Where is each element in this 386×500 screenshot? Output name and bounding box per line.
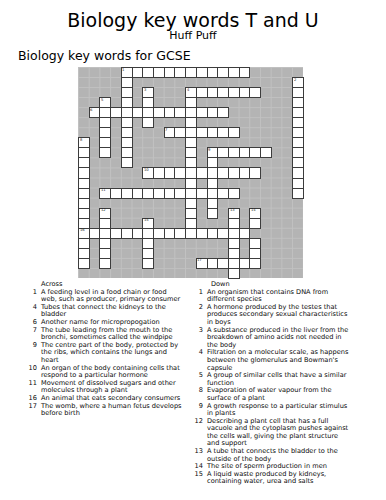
across-list: 1A feeding level in a food chain or food… [24, 289, 190, 418]
clue-number-1: 1 [122, 68, 124, 72]
clue-number-7: 7 [165, 128, 167, 132]
across-clue-17: 17The womb, where a human fetus develops… [24, 403, 190, 418]
cell-6-14[interactable] [228, 127, 240, 138]
clue-number-6: 6 [90, 108, 92, 112]
down-clue-text: A growth response to a particular stimul… [207, 403, 350, 418]
down-clue-3: 3A substance produced in the liver from … [192, 327, 384, 350]
across-clue-number: 11 [24, 380, 37, 395]
down-clue-number: 3 [192, 327, 203, 350]
cell-19-0[interactable] [78, 258, 90, 269]
cell-19-6[interactable] [142, 258, 154, 269]
across-clue-text: Movement of dissolved sugars and other m… [41, 380, 182, 395]
cell-2-16[interactable] [249, 87, 261, 98]
cell-15-16[interactable] [249, 218, 261, 229]
cell-20-14[interactable] [228, 268, 240, 279]
down-clue-text: A liquid waste produced by kidneys, cont… [207, 471, 350, 486]
down-clue-9: 9A growth response to a particular stimu… [192, 403, 384, 418]
down-clue-number: 8 [192, 387, 203, 402]
down-clue-5: 5A group of similar cells that have a si… [192, 372, 384, 387]
across-clue-text: The centre part of the body, protected b… [41, 342, 182, 365]
across-clue-1: 1A feeding level in a food chain or food… [24, 289, 190, 304]
page-subtitle: Huff Puff [0, 29, 386, 42]
across-clue-9: 9The centre part of the body, protected … [24, 342, 190, 365]
down-clue-text: A group of similar cells that have a sim… [207, 372, 350, 387]
across-clue-text: Tubes that connect the kidneys to the bl… [41, 304, 182, 319]
section-heading: Biology key words for GCSE [18, 48, 191, 63]
cell-9-4[interactable] [121, 157, 133, 168]
clue-number-16: 16 [80, 228, 85, 232]
across-clue-7: 7The tube leading from the mouth to the … [24, 327, 190, 342]
clue-number-8: 8 [80, 138, 82, 142]
down-clue-1: 1An organism that contains DNA from diff… [192, 289, 384, 304]
down-clue-text: Describing a plant cell that has a full … [207, 418, 350, 448]
clue-number-2: 2 [294, 78, 296, 82]
down-clue-text: A tube that connects the bladder to the … [207, 448, 350, 463]
down-clue-15: 15A liquid waste produced by kidneys, co… [192, 471, 384, 486]
down-clue-number: 12 [192, 418, 203, 448]
across-clue-4: 4Tubes that connect the kidneys to the b… [24, 304, 190, 319]
clue-number-5: 5 [101, 98, 103, 102]
clue-number-17: 17 [197, 258, 202, 262]
across-clue-text: The tube leading from the mouth to the b… [41, 327, 182, 342]
clue-number-12: 12 [101, 208, 106, 212]
down-clue-number: 5 [192, 372, 203, 387]
clue-number-10: 10 [144, 168, 149, 172]
down-list: 1An organism that contains DNA from diff… [192, 289, 384, 486]
cell-5-6[interactable] [142, 117, 154, 128]
down-clue-number: 4 [192, 349, 203, 372]
down-clue-2: 2A hormone produced by the testes that p… [192, 304, 384, 327]
down-clue-number: 2 [192, 304, 203, 327]
down-clue-text: An organism that contains DNA from diffe… [207, 289, 350, 304]
across-clue-number: 4 [24, 304, 37, 319]
cell-10-16[interactable] [249, 167, 261, 178]
across-clue-text: A feeding level in a food chain or food … [41, 289, 182, 304]
clue-number-4: 4 [187, 88, 189, 92]
across-clue-11: 11Movement of dissolved sugars and other… [24, 380, 190, 395]
down-clues: Down 1An organism that contains DNA from… [192, 281, 384, 486]
clue-number-9: 9 [208, 148, 210, 152]
down-clue-text: Evaporation of water vapour from the sur… [207, 387, 350, 402]
clue-number-15: 15 [144, 218, 149, 222]
across-clues: Across 1A feeding level in a food chain … [24, 281, 190, 418]
across-clue-10: 10An organ of the body containing cells … [24, 365, 190, 380]
cell-12-20[interactable] [292, 188, 304, 199]
clue-number-13: 13 [230, 208, 235, 212]
crossword-board: 1234567891011121314151617 [78, 67, 303, 278]
cell-8-17[interactable] [260, 147, 272, 158]
worksheet-page: Biology key words T and U Huff Puff Biol… [0, 0, 386, 500]
down-clue-4: 4Filtration on a molecular scale, as hap… [192, 349, 384, 372]
across-clue-number: 1 [24, 289, 37, 304]
down-clue-number: 1 [192, 289, 203, 304]
down-clue-text: A hormone produced by the testes that pr… [207, 304, 350, 327]
across-clue-text: An organ of the body containing cells th… [41, 365, 182, 380]
cell-0-15[interactable] [239, 67, 251, 78]
down-clue-number: 15 [192, 471, 203, 486]
clue-number-14: 14 [251, 208, 256, 212]
down-clue-13: 13A tube that connects the bladder to th… [192, 448, 384, 463]
cell-14-12[interactable] [207, 208, 219, 219]
cell-19-16[interactable] [249, 258, 261, 269]
across-clue-number: 17 [24, 403, 37, 418]
across-clue-number: 9 [24, 342, 37, 365]
down-clue-number: 13 [192, 448, 203, 463]
down-clue-8: 8Evaporation of water vapour from the su… [192, 387, 384, 402]
cell-4-13[interactable] [217, 107, 229, 118]
cell-8-2[interactable] [99, 147, 111, 158]
clue-number-3: 3 [144, 88, 146, 92]
cell-19-2[interactable] [99, 258, 111, 269]
clue-number-11: 11 [101, 188, 106, 192]
down-clue-number: 9 [192, 403, 203, 418]
down-clue-text: A substance produced in the liver from t… [207, 327, 350, 350]
across-clue-number: 10 [24, 365, 37, 380]
down-clue-12: 12Describing a plant cell that has a ful… [192, 418, 384, 448]
across-clue-text: The womb, where a human fetus develops b… [41, 403, 182, 418]
across-clue-number: 7 [24, 327, 37, 342]
down-clue-text: Filtration on a molecular scale, as happ… [207, 349, 350, 372]
cell-12-14[interactable] [228, 188, 240, 199]
page-title: Biology key words T and U [0, 9, 386, 31]
